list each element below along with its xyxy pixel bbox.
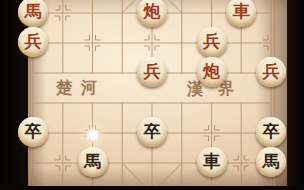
piece-red-soldier[interactable]: 兵: [197, 27, 227, 57]
piece-red-soldier[interactable]: 兵: [137, 57, 167, 87]
piece-black-chariot[interactable]: 車: [197, 147, 227, 177]
piece-black-soldier[interactable]: 卒: [18, 117, 48, 147]
xiangqi-game-screen: 楚河 漢界 馬炮車兵兵兵炮兵卒卒卒馬車馬: [0, 0, 304, 190]
piece-red-cannon[interactable]: 炮: [197, 57, 227, 87]
move-highlight-dot[interactable]: [88, 130, 98, 140]
piece-red-cannon[interactable]: 炮: [137, 0, 167, 27]
piece-black-horse[interactable]: 馬: [78, 147, 108, 177]
piece-red-soldier[interactable]: 兵: [18, 27, 48, 57]
piece-black-soldier[interactable]: 卒: [256, 117, 286, 147]
piece-red-soldier[interactable]: 兵: [256, 57, 286, 87]
piece-red-chariot[interactable]: 車: [226, 0, 256, 27]
piece-black-soldier[interactable]: 卒: [137, 117, 167, 147]
piece-red-horse[interactable]: 馬: [18, 0, 48, 27]
pieces-layer: 馬炮車兵兵兵炮兵卒卒卒馬車馬: [0, 0, 304, 190]
piece-black-horse[interactable]: 馬: [256, 147, 286, 177]
